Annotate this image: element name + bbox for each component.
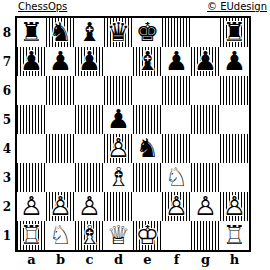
square-e4[interactable]: ♞: [133, 134, 162, 163]
white-rook-piece: ♖: [220, 221, 249, 250]
white-piece-fill: ♚: [133, 221, 162, 250]
square-a7[interactable]: ♟: [17, 47, 46, 76]
title-bar: ChessOps © EUdesign: [0, 0, 270, 16]
rank-label-7: 7: [0, 47, 14, 76]
square-e5[interactable]: [133, 105, 162, 134]
square-c7[interactable]: ♟: [75, 47, 104, 76]
white-piece-fill: ♟: [162, 192, 191, 221]
square-e8[interactable]: ♚: [133, 18, 162, 47]
square-b5[interactable]: [46, 105, 75, 134]
square-a1[interactable]: ♜♖: [17, 221, 46, 250]
white-king-piece: ♔: [133, 221, 162, 250]
square-f3[interactable]: ♞♘: [162, 163, 191, 192]
black-pawn-piece: ♟: [220, 47, 249, 76]
square-a3[interactable]: [17, 163, 46, 192]
square-d2[interactable]: [104, 192, 133, 221]
app-title: ChessOps: [18, 1, 67, 13]
square-h4[interactable]: [220, 134, 249, 163]
white-piece-fill: ♞: [46, 221, 75, 250]
black-pawn-piece: ♟: [75, 47, 104, 76]
square-a4[interactable]: [17, 134, 46, 163]
board: ♜♞♝♛♚♜♟♟♟♝♟♟♟♟♟♙♞♝♗♞♘♟♙♟♙♟♙♟♙♟♙♟♙♜♖♞♘♝♗♛…: [15, 16, 251, 252]
square-e7[interactable]: ♝: [133, 47, 162, 76]
file-labels: abcdefgh: [17, 251, 249, 267]
rank-labels: 87654321: [0, 18, 14, 250]
black-pawn-piece: ♟: [104, 105, 133, 134]
black-bishop-piece: ♝: [75, 18, 104, 47]
file-label-a: a: [17, 251, 46, 267]
black-bishop-piece: ♝: [133, 47, 162, 76]
white-piece-fill: ♟: [75, 192, 104, 221]
square-a2[interactable]: ♟♙: [17, 192, 46, 221]
square-c8[interactable]: ♝: [75, 18, 104, 47]
white-piece-fill: ♜: [220, 221, 249, 250]
white-bishop-piece: ♗: [104, 163, 133, 192]
black-knight-piece: ♞: [46, 18, 75, 47]
square-b6[interactable]: [46, 76, 75, 105]
square-f1[interactable]: [162, 221, 191, 250]
square-f8[interactable]: [162, 18, 191, 47]
square-g3[interactable]: [191, 163, 220, 192]
square-d6[interactable]: [104, 76, 133, 105]
white-pawn-piece: ♙: [220, 192, 249, 221]
black-rook-piece: ♜: [220, 18, 249, 47]
white-knight-piece: ♘: [46, 221, 75, 250]
white-pawn-piece: ♙: [104, 134, 133, 163]
rank-label-2: 2: [0, 192, 14, 221]
white-piece-fill: ♟: [191, 192, 220, 221]
white-knight-piece: ♘: [162, 163, 191, 192]
square-b2[interactable]: ♟♙: [46, 192, 75, 221]
square-g1[interactable]: [191, 221, 220, 250]
white-piece-fill: ♟: [220, 192, 249, 221]
square-b7[interactable]: ♟: [46, 47, 75, 76]
square-a6[interactable]: [17, 76, 46, 105]
square-g4[interactable]: [191, 134, 220, 163]
square-c2[interactable]: ♟♙: [75, 192, 104, 221]
square-c4[interactable]: [75, 134, 104, 163]
square-d1[interactable]: ♛♕: [104, 221, 133, 250]
square-c6[interactable]: [75, 76, 104, 105]
square-d8[interactable]: ♛: [104, 18, 133, 47]
board-frame: ♜♞♝♛♚♜♟♟♟♝♟♟♟♟♟♙♞♝♗♞♘♟♙♟♙♟♙♟♙♟♙♟♙♜♖♞♘♝♗♛…: [15, 16, 251, 252]
rank-label-3: 3: [0, 163, 14, 192]
white-pawn-piece: ♙: [162, 192, 191, 221]
white-pawn-piece: ♙: [191, 192, 220, 221]
square-h7[interactable]: ♟: [220, 47, 249, 76]
file-label-g: g: [191, 251, 220, 267]
square-h5[interactable]: [220, 105, 249, 134]
square-f5[interactable]: [162, 105, 191, 134]
square-g8[interactable]: [191, 18, 220, 47]
square-b4[interactable]: [46, 134, 75, 163]
credit-text: © EUdesign: [207, 1, 267, 13]
black-pawn-piece: ♟: [46, 47, 75, 76]
rank-label-1: 1: [0, 221, 14, 250]
file-label-b: b: [46, 251, 75, 267]
white-queen-piece: ♕: [104, 221, 133, 250]
square-h3[interactable]: [220, 163, 249, 192]
square-f6[interactable]: [162, 76, 191, 105]
square-g6[interactable]: [191, 76, 220, 105]
square-f4[interactable]: [162, 134, 191, 163]
square-g5[interactable]: [191, 105, 220, 134]
white-piece-fill: ♝: [75, 221, 104, 250]
white-piece-fill: ♝: [104, 163, 133, 192]
black-pawn-piece: ♟: [17, 47, 46, 76]
black-queen-piece: ♛: [104, 18, 133, 47]
square-c5[interactable]: [75, 105, 104, 134]
white-pawn-piece: ♙: [17, 192, 46, 221]
white-piece-fill: ♜: [17, 221, 46, 250]
black-knight-piece: ♞: [133, 134, 162, 163]
square-e6[interactable]: [133, 76, 162, 105]
black-rook-piece: ♜: [17, 18, 46, 47]
white-piece-fill: ♟: [104, 134, 133, 163]
square-h8[interactable]: ♜: [220, 18, 249, 47]
square-d3[interactable]: ♝♗: [104, 163, 133, 192]
square-g2[interactable]: ♟♙: [191, 192, 220, 221]
square-d7[interactable]: [104, 47, 133, 76]
square-c1[interactable]: ♝♗: [75, 221, 104, 250]
square-b8[interactable]: ♞: [46, 18, 75, 47]
white-piece-fill: ♟: [46, 192, 75, 221]
rank-label-8: 8: [0, 18, 14, 47]
black-pawn-piece: ♟: [162, 47, 191, 76]
square-f7[interactable]: ♟: [162, 47, 191, 76]
square-h1[interactable]: ♜♖: [220, 221, 249, 250]
white-piece-fill: ♟: [17, 192, 46, 221]
white-bishop-piece: ♗: [75, 221, 104, 250]
square-e3[interactable]: [133, 163, 162, 192]
white-pawn-piece: ♙: [46, 192, 75, 221]
chessops-diagram: { "header": { "app_title": "ChessOps", "…: [0, 0, 270, 270]
black-king-piece: ♚: [133, 18, 162, 47]
square-h2[interactable]: ♟♙: [220, 192, 249, 221]
square-g7[interactable]: ♟: [191, 47, 220, 76]
square-h6[interactable]: [220, 76, 249, 105]
black-pawn-piece: ♟: [191, 47, 220, 76]
square-b3[interactable]: [46, 163, 75, 192]
white-piece-fill: ♞: [162, 163, 191, 192]
square-e1[interactable]: ♚♔: [133, 221, 162, 250]
file-label-d: d: [104, 251, 133, 267]
file-label-c: c: [75, 251, 104, 267]
square-f2[interactable]: ♟♙: [162, 192, 191, 221]
file-label-e: e: [133, 251, 162, 267]
file-label-h: h: [220, 251, 249, 267]
square-a5[interactable]: [17, 105, 46, 134]
square-a8[interactable]: ♜: [17, 18, 46, 47]
rank-label-4: 4: [0, 134, 14, 163]
square-e2[interactable]: [133, 192, 162, 221]
square-d5[interactable]: ♟: [104, 105, 133, 134]
square-b1[interactable]: ♞♘: [46, 221, 75, 250]
white-piece-fill: ♛: [104, 221, 133, 250]
white-pawn-piece: ♙: [75, 192, 104, 221]
rank-label-6: 6: [0, 76, 14, 105]
file-label-f: f: [162, 251, 191, 267]
white-rook-piece: ♖: [17, 221, 46, 250]
rank-label-5: 5: [0, 105, 14, 134]
square-c3[interactable]: [75, 163, 104, 192]
square-d4[interactable]: ♟♙: [104, 134, 133, 163]
